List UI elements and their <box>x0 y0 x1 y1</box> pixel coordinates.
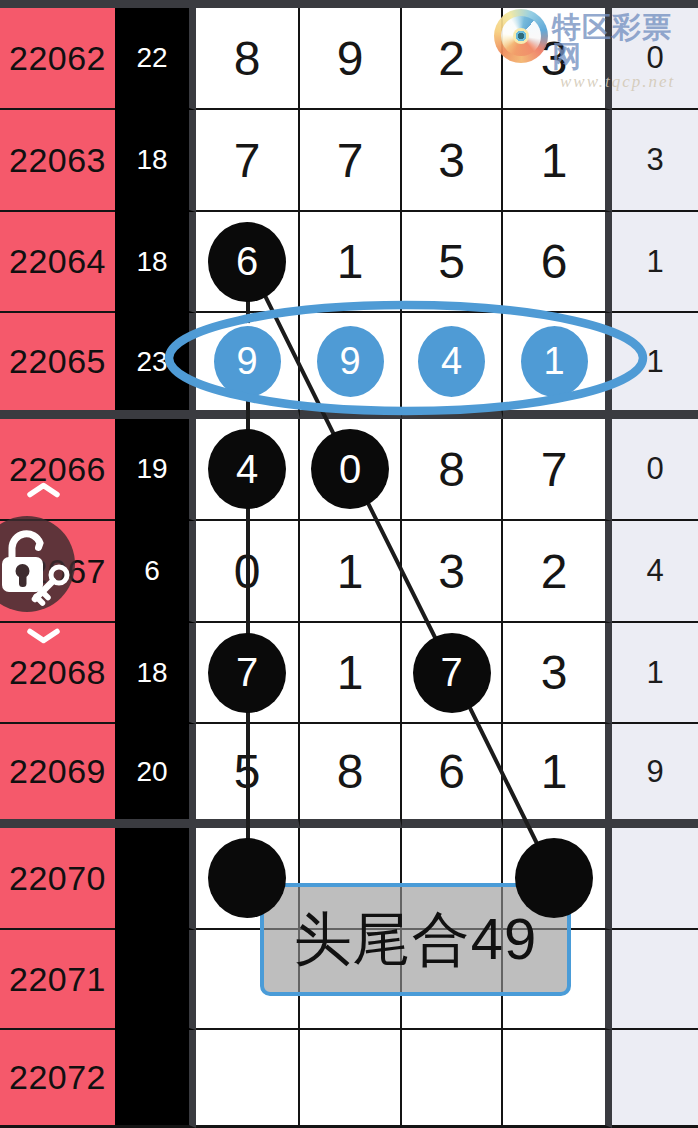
digit-cell: 5 <box>402 212 503 313</box>
sum-cell <box>115 930 196 1030</box>
digit-value: 2 <box>438 31 465 86</box>
digit-cell: 1 <box>503 110 612 212</box>
digit-value: 8 <box>234 31 261 86</box>
digit-cell: 1 <box>300 521 402 623</box>
black-circle-mark <box>515 838 593 918</box>
digit-cell: 1 <box>300 212 402 313</box>
site-watermark: 特区彩票网 www.tqcp.net <box>494 9 698 92</box>
digit-cell <box>196 1030 300 1128</box>
digit-cell <box>503 1030 612 1128</box>
digit-cell: 4 <box>196 419 300 521</box>
digit-cell: 2 <box>503 521 612 623</box>
digit-cell: 7 <box>300 110 402 212</box>
annotation-label: 头尾合49 <box>294 901 538 979</box>
sum-cell <box>115 828 196 930</box>
digit-cell: 3 <box>402 110 503 212</box>
site-name: 特区彩票网 <box>552 13 698 71</box>
digit-cell: 0 <box>300 419 402 521</box>
tail-cell: 1 <box>612 623 698 724</box>
period-cell: 22063 <box>0 110 115 212</box>
digit-cell: 6 <box>503 212 612 313</box>
logo-swirl-icon <box>494 9 548 63</box>
digit-value: 0 <box>234 544 261 599</box>
tail-cell: 9 <box>612 724 698 828</box>
tail-cell <box>612 1030 698 1128</box>
digit-value: 2 <box>541 544 568 599</box>
digit-value: 7 <box>337 133 364 188</box>
sum-cell: 23 <box>115 313 196 419</box>
tail-cell: 1 <box>612 212 698 313</box>
digit-value: 9 <box>337 31 364 86</box>
chevron-down-icon[interactable] <box>27 628 60 644</box>
digit-value: 7 <box>541 442 568 497</box>
digit-cell <box>300 1030 402 1128</box>
period-cell: 22064 <box>0 212 115 313</box>
sum-cell: 19 <box>115 419 196 521</box>
digit-cell: 2 <box>402 8 503 110</box>
digit-cell: 1 <box>503 313 612 419</box>
chevron-up-icon[interactable] <box>27 482 60 498</box>
digit-value: 1 <box>337 645 364 700</box>
digit-cell: 4 <box>402 313 503 419</box>
period-cell: 22065 <box>0 313 115 419</box>
tail-cell: 3 <box>612 110 698 212</box>
digit-cell: 7 <box>503 419 612 521</box>
period-cell: 22070 <box>0 828 115 930</box>
digit-value: 1 <box>541 744 568 799</box>
digit-value: 5 <box>234 744 261 799</box>
sum-cell: 18 <box>115 212 196 313</box>
blue-circle-mark: 1 <box>518 323 591 400</box>
period-cell: 22072 <box>0 1030 115 1128</box>
digit-cell <box>402 1030 503 1128</box>
digit-cell: 8 <box>196 8 300 110</box>
digit-cell: 8 <box>402 419 503 521</box>
black-circle-mark: 6 <box>208 222 286 302</box>
blue-circle-mark: 9 <box>314 323 387 400</box>
digit-cell: 8 <box>300 724 402 828</box>
site-url: www.tqcp.net <box>552 72 698 92</box>
digit-cell: 9 <box>300 313 402 419</box>
digit-cell: 3 <box>503 623 612 724</box>
digit-cell: 7 <box>196 623 300 724</box>
blue-circle-mark: 4 <box>415 323 488 400</box>
digit-value: 3 <box>541 645 568 700</box>
period-cell: 22069 <box>0 724 115 828</box>
sum-cell: 20 <box>115 724 196 828</box>
digit-cell: 0 <box>196 521 300 623</box>
blue-circle-mark: 9 <box>211 323 284 400</box>
digit-value: 7 <box>234 133 261 188</box>
sum-cell: 6 <box>115 521 196 623</box>
digit-cell: 7 <box>402 623 503 724</box>
digit-cell: 6 <box>402 724 503 828</box>
black-circle-mark <box>208 838 286 918</box>
tail-cell: 1 <box>612 313 698 419</box>
black-circle-mark: 4 <box>208 429 286 509</box>
sum-cell <box>115 1030 196 1128</box>
digit-value: 6 <box>541 234 568 289</box>
digit-value: 8 <box>438 442 465 497</box>
digit-cell: 3 <box>402 521 503 623</box>
lottery-trend-chart-screen: 2206222892302206318773132206418615612206… <box>0 0 698 1128</box>
digit-cell: 9 <box>300 8 402 110</box>
digit-cell: 7 <box>196 110 300 212</box>
digit-cell: 1 <box>300 623 402 724</box>
tail-cell: 0 <box>612 419 698 521</box>
digit-cell: 1 <box>503 724 612 828</box>
unlocked-padlock-with-key-icon <box>0 516 75 612</box>
digit-value: 3 <box>438 544 465 599</box>
sum-cell: 18 <box>115 623 196 724</box>
tail-cell <box>612 930 698 1030</box>
digit-cell: 5 <box>196 724 300 828</box>
digit-value: 3 <box>438 133 465 188</box>
black-circle-mark: 7 <box>413 633 491 713</box>
tail-cell: 4 <box>612 521 698 623</box>
lock-button[interactable] <box>0 516 75 612</box>
digit-value: 5 <box>438 234 465 289</box>
digit-value: 8 <box>337 744 364 799</box>
black-circle-mark: 7 <box>208 633 286 713</box>
digit-value: 1 <box>337 544 364 599</box>
digit-value: 1 <box>337 234 364 289</box>
period-cell: 22071 <box>0 930 115 1030</box>
top-border-strip <box>0 0 698 8</box>
digit-cell: 9 <box>196 313 300 419</box>
period-cell: 22066 <box>0 419 115 521</box>
digit-value: 1 <box>541 133 568 188</box>
digit-value: 6 <box>438 744 465 799</box>
black-circle-mark: 0 <box>311 429 389 509</box>
sum-cell: 18 <box>115 110 196 212</box>
digit-cell: 6 <box>196 212 300 313</box>
period-cell: 22062 <box>0 8 115 110</box>
tail-cell <box>612 828 698 930</box>
sum-cell: 22 <box>115 8 196 110</box>
